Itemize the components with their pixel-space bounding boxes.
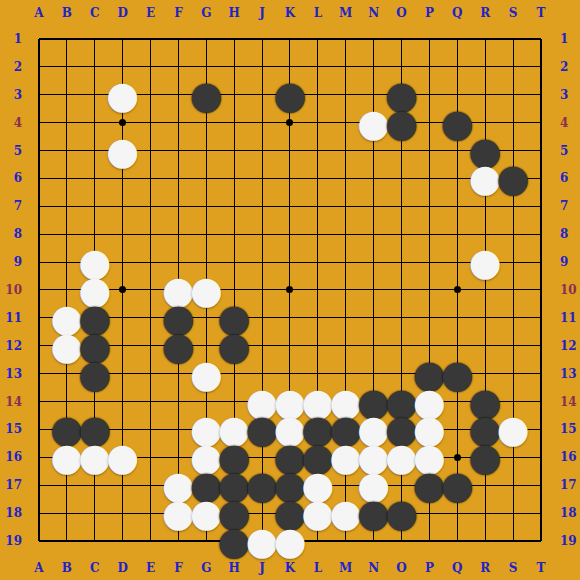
board-intersection-O9[interactable] <box>388 248 416 276</box>
board-intersection-F1[interactable] <box>164 25 192 53</box>
board-intersection-D19[interactable] <box>109 527 137 555</box>
board-intersection-G18[interactable]: ● <box>192 499 220 527</box>
board-intersection-G6[interactable] <box>192 164 220 192</box>
board-intersection-T3[interactable] <box>527 81 555 109</box>
board-intersection-C19[interactable] <box>81 527 109 555</box>
board-intersection-L18[interactable]: ● <box>304 499 332 527</box>
board-intersection-E9[interactable] <box>137 248 165 276</box>
board-intersection-N8[interactable] <box>360 220 388 248</box>
board-intersection-O7[interactable] <box>388 192 416 220</box>
board-intersection-T10[interactable] <box>527 276 555 304</box>
board-intersection-T16[interactable] <box>527 443 555 471</box>
board-intersection-E1[interactable] <box>137 25 165 53</box>
board-intersection-P9[interactable] <box>415 248 443 276</box>
board-intersection-S1[interactable] <box>499 25 527 53</box>
column-label-s: S <box>499 0 527 25</box>
board-intersection-D5[interactable]: ● <box>109 137 137 165</box>
board-intersection-L6[interactable] <box>304 164 332 192</box>
board-intersection-J5[interactable] <box>248 137 276 165</box>
board-intersection-K5[interactable] <box>276 137 304 165</box>
board-intersection-T14[interactable] <box>527 388 555 416</box>
white-stone: ● <box>471 164 499 192</box>
board-intersection-R6[interactable]: ● <box>471 164 499 192</box>
white-stone: ● <box>471 248 499 276</box>
board-intersection-J8[interactable] <box>248 220 276 248</box>
column-label-r: R <box>471 0 499 25</box>
white-stone: ● <box>192 276 220 304</box>
board-intersection-F2[interactable] <box>164 53 192 81</box>
board-intersection-J10[interactable] <box>248 276 276 304</box>
board-intersection-M3[interactable] <box>332 81 360 109</box>
white-stone: ● <box>499 415 527 443</box>
board-intersection-R12[interactable] <box>471 332 499 360</box>
board-intersection-T2[interactable] <box>527 53 555 81</box>
board-intersection-R1[interactable] <box>471 25 499 53</box>
board-intersection-E11[interactable] <box>137 304 165 332</box>
board-intersection-P5[interactable] <box>415 137 443 165</box>
board-intersection-P4[interactable] <box>415 109 443 137</box>
board-intersection-A15[interactable] <box>25 415 53 443</box>
board-intersection-P10[interactable] <box>415 276 443 304</box>
board-intersection-K12[interactable] <box>276 332 304 360</box>
board-intersection-B8[interactable] <box>53 220 81 248</box>
column-label-g: G <box>192 0 220 25</box>
board-intersection-E12[interactable] <box>137 332 165 360</box>
board-intersection-B4[interactable] <box>53 109 81 137</box>
board-intersection-Q1[interactable] <box>443 25 471 53</box>
board-intersection-L11[interactable] <box>304 304 332 332</box>
white-stone: ● <box>332 499 360 527</box>
board-intersection-O11[interactable] <box>388 304 416 332</box>
board-intersection-J19[interactable]: ● <box>248 527 276 555</box>
column-label-c: C <box>81 555 109 580</box>
board-intersection-R11[interactable] <box>471 304 499 332</box>
board-intersection-B5[interactable] <box>53 137 81 165</box>
board-intersection-H19[interactable]: ● <box>220 527 248 555</box>
board-intersection-A10[interactable] <box>25 276 53 304</box>
board-intersection-B19[interactable] <box>53 527 81 555</box>
board-intersection-G13[interactable]: ● <box>192 360 220 388</box>
board-intersection-A2[interactable] <box>25 53 53 81</box>
row-label-18: 18 <box>0 499 25 527</box>
board-intersection-M16[interactable]: ● <box>332 443 360 471</box>
board-intersection-L12[interactable] <box>304 332 332 360</box>
board-intersection-T18[interactable] <box>527 499 555 527</box>
board-intersection-O6[interactable] <box>388 164 416 192</box>
board-intersection-E5[interactable] <box>137 137 165 165</box>
board-intersection-N1[interactable] <box>360 25 388 53</box>
board-intersection-N12[interactable] <box>360 332 388 360</box>
board-intersection-C7[interactable] <box>81 192 109 220</box>
board-intersection-A1[interactable] <box>25 25 53 53</box>
board-intersection-H8[interactable] <box>220 220 248 248</box>
white-stone: ● <box>248 527 276 555</box>
column-label-s: S <box>499 555 527 580</box>
board-intersection-T4[interactable] <box>527 109 555 137</box>
board-intersection-F7[interactable] <box>164 192 192 220</box>
board-intersection-R16[interactable]: ● <box>471 443 499 471</box>
board-intersection-J17[interactable]: ● <box>248 471 276 499</box>
board-intersection-R19[interactable] <box>471 527 499 555</box>
board-intersection-G8[interactable] <box>192 220 220 248</box>
row-labels-right: 12345678910111213141516171819 <box>555 25 580 555</box>
board-intersection-B7[interactable] <box>53 192 81 220</box>
board-intersection-C1[interactable] <box>81 25 109 53</box>
board-intersection-K6[interactable] <box>276 164 304 192</box>
row-label-1: 1 <box>555 25 580 53</box>
board-intersection-P19[interactable] <box>415 527 443 555</box>
board-intersection-N11[interactable] <box>360 304 388 332</box>
board-intersection-D1[interactable] <box>109 25 137 53</box>
board-intersection-D18[interactable] <box>109 499 137 527</box>
row-label-11: 11 <box>0 304 25 332</box>
row-label-8: 8 <box>0 220 25 248</box>
board-intersection-R9[interactable]: ● <box>471 248 499 276</box>
board-intersection-E7[interactable] <box>137 192 165 220</box>
board-intersection-O16[interactable]: ● <box>388 443 416 471</box>
board-intersection-N18[interactable]: ● <box>360 499 388 527</box>
board-intersection-L3[interactable] <box>304 81 332 109</box>
row-label-2: 2 <box>555 53 580 81</box>
board-intersection-N2[interactable] <box>360 53 388 81</box>
board-intersection-M10[interactable] <box>332 276 360 304</box>
board-intersection-E15[interactable] <box>137 415 165 443</box>
board-intersection-Q9[interactable] <box>443 248 471 276</box>
board-intersection-M5[interactable] <box>332 137 360 165</box>
board-intersection-L5[interactable] <box>304 137 332 165</box>
board-intersection-E14[interactable] <box>137 388 165 416</box>
board-intersection-H6[interactable] <box>220 164 248 192</box>
board-intersection-T6[interactable] <box>527 164 555 192</box>
board-intersection-S19[interactable] <box>499 527 527 555</box>
go-board-app: ABCDEFGHJKLMNOPQRST ABCDEFGHJKLMNOPQRST … <box>0 0 580 580</box>
board-intersection-C5[interactable] <box>81 137 109 165</box>
board-intersection-O4[interactable]: ● <box>388 109 416 137</box>
board-intersection-T1[interactable] <box>527 25 555 53</box>
board-intersection-T8[interactable] <box>527 220 555 248</box>
board-intersection-P7[interactable] <box>415 192 443 220</box>
board-intersection-O10[interactable] <box>388 276 416 304</box>
board-intersection-B12[interactable]: ● <box>53 332 81 360</box>
board-intersection-B3[interactable] <box>53 81 81 109</box>
board-intersection-B2[interactable] <box>53 53 81 81</box>
board-intersection-A13[interactable] <box>25 360 53 388</box>
board-intersection-D3[interactable]: ● <box>109 81 137 109</box>
board-intersection-G7[interactable] <box>192 192 220 220</box>
board-intersection-E10[interactable] <box>137 276 165 304</box>
board-intersection-G5[interactable] <box>192 137 220 165</box>
board-intersection-M2[interactable] <box>332 53 360 81</box>
row-label-8: 8 <box>555 220 580 248</box>
board-intersection-D10[interactable] <box>109 276 137 304</box>
board-intersection-P3[interactable] <box>415 81 443 109</box>
board-intersection-H5[interactable] <box>220 137 248 165</box>
board-intersection-D16[interactable]: ● <box>109 443 137 471</box>
board-intersection-A6[interactable] <box>25 164 53 192</box>
board-intersection-D13[interactable] <box>109 360 137 388</box>
board-intersection-R18[interactable] <box>471 499 499 527</box>
row-label-9: 9 <box>0 248 25 276</box>
row-label-13: 13 <box>555 360 580 388</box>
board-intersection-E13[interactable] <box>137 360 165 388</box>
board-intersection-J2[interactable] <box>248 53 276 81</box>
board-intersection-Q13[interactable]: ● <box>443 360 471 388</box>
board-intersection-M9[interactable] <box>332 248 360 276</box>
board-intersection-B6[interactable] <box>53 164 81 192</box>
board-intersection-G3[interactable]: ● <box>192 81 220 109</box>
board-intersection-A19[interactable] <box>25 527 53 555</box>
board-intersection-B16[interactable]: ● <box>53 443 81 471</box>
board-intersection-C3[interactable] <box>81 81 109 109</box>
board-intersection-A3[interactable] <box>25 81 53 109</box>
board-intersection-T15[interactable] <box>527 415 555 443</box>
board-intersection-A11[interactable] <box>25 304 53 332</box>
column-label-g: G <box>192 555 220 580</box>
board-intersection-S4[interactable] <box>499 109 527 137</box>
board-intersection-J11[interactable] <box>248 304 276 332</box>
board-intersection-C2[interactable] <box>81 53 109 81</box>
board-intersection-O8[interactable] <box>388 220 416 248</box>
board-intersection-D7[interactable] <box>109 192 137 220</box>
board-intersection-E16[interactable] <box>137 443 165 471</box>
board-intersection-R2[interactable] <box>471 53 499 81</box>
column-label-o: O <box>388 555 416 580</box>
board-intersection-C18[interactable] <box>81 499 109 527</box>
board-intersection-L10[interactable] <box>304 276 332 304</box>
board-intersection-K7[interactable] <box>276 192 304 220</box>
column-label-t: T <box>527 0 555 25</box>
board-intersection-S3[interactable] <box>499 81 527 109</box>
board-intersection-S6[interactable]: ● <box>499 164 527 192</box>
row-label-19: 19 <box>0 527 25 555</box>
white-stone: ● <box>332 443 360 471</box>
board-intersection-Q17[interactable]: ● <box>443 471 471 499</box>
board-intersection-T5[interactable] <box>527 137 555 165</box>
board-intersection-E4[interactable] <box>137 109 165 137</box>
board-intersection-H1[interactable] <box>220 25 248 53</box>
board-intersection-H9[interactable] <box>220 248 248 276</box>
board-intersection-T17[interactable] <box>527 471 555 499</box>
board-intersection-P17[interactable]: ● <box>415 471 443 499</box>
board-intersection-S13[interactable] <box>499 360 527 388</box>
star-point <box>286 286 293 293</box>
board-intersection-Q4[interactable]: ● <box>443 109 471 137</box>
board-intersection-T12[interactable] <box>527 332 555 360</box>
board-intersection-H12[interactable]: ● <box>220 332 248 360</box>
board-intersection-Q8[interactable] <box>443 220 471 248</box>
board-intersection-J6[interactable] <box>248 164 276 192</box>
board-intersection-K8[interactable] <box>276 220 304 248</box>
board-intersection-K3[interactable]: ● <box>276 81 304 109</box>
board-intersection-R3[interactable] <box>471 81 499 109</box>
board-intersection-K11[interactable] <box>276 304 304 332</box>
board-intersection-D14[interactable] <box>109 388 137 416</box>
row-label-1: 1 <box>0 25 25 53</box>
board-intersection-F8[interactable] <box>164 220 192 248</box>
board-intersection-F3[interactable] <box>164 81 192 109</box>
board-intersection-M12[interactable] <box>332 332 360 360</box>
column-label-r: R <box>471 555 499 580</box>
row-label-17: 17 <box>0 471 25 499</box>
board-intersection-E2[interactable] <box>137 53 165 81</box>
board-intersection-A7[interactable] <box>25 192 53 220</box>
row-label-12: 12 <box>555 332 580 360</box>
board-intersection-T19[interactable] <box>527 527 555 555</box>
board-intersection-F15[interactable] <box>164 415 192 443</box>
board-intersection-F4[interactable] <box>164 109 192 137</box>
board-intersection-F14[interactable] <box>164 388 192 416</box>
board-intersection-S18[interactable] <box>499 499 527 527</box>
board-intersection-G10[interactable]: ● <box>192 276 220 304</box>
board-intersection-J15[interactable]: ● <box>248 415 276 443</box>
column-label-l: L <box>304 0 332 25</box>
board-intersection-J9[interactable] <box>248 248 276 276</box>
column-label-l: L <box>304 555 332 580</box>
board-intersection-H4[interactable] <box>220 109 248 137</box>
board-intersection-B9[interactable] <box>53 248 81 276</box>
board-intersection-H7[interactable] <box>220 192 248 220</box>
board-intersection-L1[interactable] <box>304 25 332 53</box>
column-label-f: F <box>164 0 192 25</box>
board-intersection-A14[interactable] <box>25 388 53 416</box>
board-intersection-E18[interactable] <box>137 499 165 527</box>
board-intersection-P2[interactable] <box>415 53 443 81</box>
board-intersection-N4[interactable]: ● <box>360 109 388 137</box>
black-stone: ● <box>443 109 471 137</box>
board-intersection-P1[interactable] <box>415 25 443 53</box>
board-intersection-S15[interactable]: ● <box>499 415 527 443</box>
board-intersection-F12[interactable]: ● <box>164 332 192 360</box>
board-intersection-C6[interactable] <box>81 164 109 192</box>
column-labels-top: ABCDEFGHJKLMNOPQRST <box>25 0 555 25</box>
board-intersection-M18[interactable]: ● <box>332 499 360 527</box>
black-stone: ● <box>248 415 276 443</box>
board-intersection-D9[interactable] <box>109 248 137 276</box>
board-intersection-P6[interactable] <box>415 164 443 192</box>
board-intersection-A17[interactable] <box>25 471 53 499</box>
board-intersection-S11[interactable] <box>499 304 527 332</box>
black-stone: ● <box>192 81 220 109</box>
column-label-f: F <box>164 555 192 580</box>
board-intersection-M6[interactable] <box>332 164 360 192</box>
board-intersection-S9[interactable] <box>499 248 527 276</box>
board-intersection-J12[interactable] <box>248 332 276 360</box>
board-intersection-K9[interactable] <box>276 248 304 276</box>
board-intersection-O1[interactable] <box>388 25 416 53</box>
board-intersection-A8[interactable] <box>25 220 53 248</box>
board-intersection-D8[interactable] <box>109 220 137 248</box>
board-intersection-P8[interactable] <box>415 220 443 248</box>
board-intersection-S8[interactable] <box>499 220 527 248</box>
board-intersection-D11[interactable] <box>109 304 137 332</box>
board-intersection-L8[interactable] <box>304 220 332 248</box>
board-intersection-C16[interactable]: ● <box>81 443 109 471</box>
board-intersection-A4[interactable] <box>25 109 53 137</box>
board-intersection-L7[interactable] <box>304 192 332 220</box>
board-intersection-S2[interactable] <box>499 53 527 81</box>
board-intersection-M4[interactable] <box>332 109 360 137</box>
board-intersection-F5[interactable] <box>164 137 192 165</box>
white-stone: ● <box>192 360 220 388</box>
board-intersection-Q6[interactable] <box>443 164 471 192</box>
board-intersection-N6[interactable] <box>360 164 388 192</box>
board-intersection-E6[interactable] <box>137 164 165 192</box>
board-intersection-K10[interactable] <box>276 276 304 304</box>
board-intersection-O18[interactable]: ● <box>388 499 416 527</box>
board-intersection-A12[interactable] <box>25 332 53 360</box>
board-intersection-H3[interactable] <box>220 81 248 109</box>
board-intersection-E19[interactable] <box>137 527 165 555</box>
board-intersection-C13[interactable]: ● <box>81 360 109 388</box>
board-intersection-E8[interactable] <box>137 220 165 248</box>
row-label-3: 3 <box>0 81 25 109</box>
white-stone: ● <box>109 137 137 165</box>
board-intersection-B1[interactable] <box>53 25 81 53</box>
board-intersection-C4[interactable] <box>81 109 109 137</box>
board-intersection-N10[interactable] <box>360 276 388 304</box>
board-intersection-G1[interactable] <box>192 25 220 53</box>
board-intersection-A16[interactable] <box>25 443 53 471</box>
board-intersection-M8[interactable] <box>332 220 360 248</box>
board-intersection-S17[interactable] <box>499 471 527 499</box>
row-label-19: 19 <box>555 527 580 555</box>
board-intersection-Q19[interactable] <box>443 527 471 555</box>
board-intersection-O12[interactable] <box>388 332 416 360</box>
board-intersection-J1[interactable] <box>248 25 276 53</box>
board-intersection-N7[interactable] <box>360 192 388 220</box>
board-intersection-J4[interactable] <box>248 109 276 137</box>
board-intersection-T11[interactable] <box>527 304 555 332</box>
board-intersection-Q2[interactable] <box>443 53 471 81</box>
board-intersection-Q10[interactable] <box>443 276 471 304</box>
board-intersection-E17[interactable] <box>137 471 165 499</box>
board-intersection-L4[interactable] <box>304 109 332 137</box>
board-intersection-K1[interactable] <box>276 25 304 53</box>
board-intersection-D12[interactable] <box>109 332 137 360</box>
board-intersection-J3[interactable] <box>248 81 276 109</box>
board-intersection-E3[interactable] <box>137 81 165 109</box>
board-intersection-Q7[interactable] <box>443 192 471 220</box>
board-intersection-B18[interactable] <box>53 499 81 527</box>
row-label-12: 12 <box>0 332 25 360</box>
white-stone: ● <box>304 499 332 527</box>
board-intersection-S12[interactable] <box>499 332 527 360</box>
board-intersection-N9[interactable] <box>360 248 388 276</box>
board-intersection-M7[interactable] <box>332 192 360 220</box>
board-intersection-A5[interactable] <box>25 137 53 165</box>
board-intersection-L9[interactable] <box>304 248 332 276</box>
board-intersection-P11[interactable] <box>415 304 443 332</box>
board-intersection-A18[interactable] <box>25 499 53 527</box>
board-intersection-H2[interactable] <box>220 53 248 81</box>
board-intersection-K19[interactable]: ● <box>276 527 304 555</box>
board-intersection-J7[interactable] <box>248 192 276 220</box>
board-intersection-L2[interactable] <box>304 53 332 81</box>
board-intersection-A9[interactable] <box>25 248 53 276</box>
board-intersection-M1[interactable] <box>332 25 360 53</box>
board-intersection-F18[interactable]: ● <box>164 499 192 527</box>
black-stone: ● <box>360 499 388 527</box>
board-intersection-T9[interactable] <box>527 248 555 276</box>
board-intersection-T13[interactable] <box>527 360 555 388</box>
black-stone: ● <box>443 471 471 499</box>
board-intersection-Q11[interactable] <box>443 304 471 332</box>
board-intersection-M11[interactable] <box>332 304 360 332</box>
board-intersection-F6[interactable] <box>164 164 192 192</box>
board-intersection-Q15[interactable] <box>443 415 471 443</box>
board-intersection-T7[interactable] <box>527 192 555 220</box>
board-intersection-S10[interactable] <box>499 276 527 304</box>
